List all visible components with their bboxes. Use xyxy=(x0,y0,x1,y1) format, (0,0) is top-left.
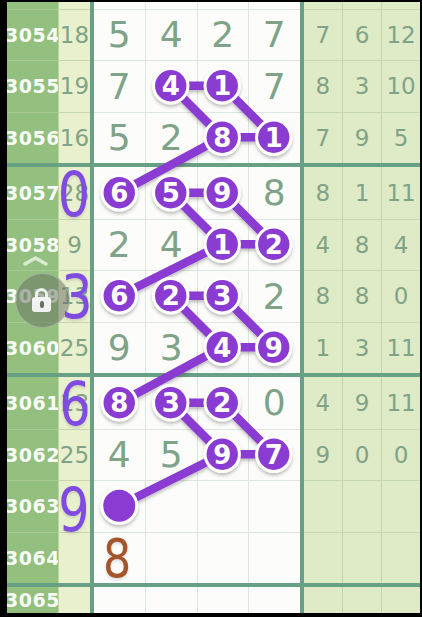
stat-cell: 9 xyxy=(342,112,381,164)
stat-cell: 5 xyxy=(381,112,420,164)
digit-cell: 7 xyxy=(248,9,300,61)
stat-cell: 9 xyxy=(342,377,381,429)
digit-cell xyxy=(145,587,197,613)
digit-cell: 7 xyxy=(94,60,146,112)
issue-cell: 3057 xyxy=(7,167,58,219)
digit-cell xyxy=(248,587,300,613)
stat-cell: 1 xyxy=(304,322,343,374)
digit-cell: 8 xyxy=(94,377,146,429)
stat-cell: 8 xyxy=(304,270,343,322)
row-3056[interactable]: 3056165281795 xyxy=(7,112,420,164)
digit-cell: 4 xyxy=(197,322,249,374)
stat-cell: 10 xyxy=(381,60,420,112)
chevron-up-icon[interactable] xyxy=(22,255,49,266)
issue-cell: 3056 xyxy=(7,112,58,164)
stat-cell xyxy=(342,587,381,613)
digit-cell: 1 xyxy=(197,219,249,271)
stat-cell xyxy=(342,532,381,584)
digit-cell: 5 xyxy=(145,167,197,219)
issue-cell: 3064 xyxy=(7,532,58,584)
digit-cell: 9 xyxy=(197,167,249,219)
digit-cell: 3 xyxy=(145,377,197,429)
digit-cell: 2 xyxy=(145,112,197,164)
row-3055[interactable]: 30551974178310 xyxy=(7,60,420,112)
stat-cell: 6 xyxy=(342,9,381,61)
sum-cell: 19 xyxy=(58,60,90,112)
issue-cell: 3054 xyxy=(7,9,58,61)
issue-cell: 3062 xyxy=(7,429,58,481)
sum-cell: 18 xyxy=(58,9,90,61)
digit-cell xyxy=(197,480,249,532)
handwritten-digit: 6 xyxy=(59,374,90,434)
digit-cell: 8 xyxy=(197,112,249,164)
row-3054[interactable]: 30541854277612 xyxy=(7,9,420,61)
stat-cell: 11 xyxy=(381,322,420,374)
digit-cell: 9 xyxy=(94,322,146,374)
issue-cell: 3061 xyxy=(7,377,58,429)
digit-cell: 2 xyxy=(197,9,249,61)
digit-cell: 7 xyxy=(248,429,300,481)
digit-cell: 3 xyxy=(197,270,249,322)
digit-cell xyxy=(94,480,146,532)
digit-cell: 6 xyxy=(94,167,146,219)
digit-cell: 0 xyxy=(248,377,300,429)
stat-cell: 0 xyxy=(381,270,420,322)
digit-cell xyxy=(248,532,300,584)
stat-cell: 4 xyxy=(304,219,343,271)
issue-cell: 3055 xyxy=(7,60,58,112)
digit-cell xyxy=(248,480,300,532)
digit-cell: 2 xyxy=(145,270,197,322)
issue-cell: 3060 xyxy=(7,322,58,374)
digit-cell: 2 xyxy=(94,219,146,271)
handwritten-digit: 8 xyxy=(103,532,131,586)
digit-cell: 5 xyxy=(94,9,146,61)
stat-cell: 8 xyxy=(342,270,381,322)
stat-cell: 4 xyxy=(381,219,420,271)
stat-cell: 11 xyxy=(381,167,420,219)
handwritten-digit: 9 xyxy=(58,480,89,540)
digit-cell: 5 xyxy=(145,429,197,481)
digit-cell xyxy=(145,480,197,532)
stat-cell: 9 xyxy=(304,429,343,481)
stat-cell: 7 xyxy=(304,112,343,164)
stat-cell: 3 xyxy=(342,322,381,374)
digit-cell: 3 xyxy=(145,322,197,374)
stat-cell xyxy=(381,532,420,584)
trend-chart-screen: 3054185427761230551974178310305616528179… xyxy=(0,0,422,617)
stat-cell: 0 xyxy=(342,429,381,481)
stat-cell xyxy=(342,480,381,532)
digit-cell: 2 xyxy=(197,377,249,429)
stat-cell xyxy=(304,480,343,532)
handwritten-digit: 0 xyxy=(58,164,90,226)
digit-cell: 9 xyxy=(248,322,300,374)
digit-cell: 1 xyxy=(197,60,249,112)
digit-cell: 6 xyxy=(94,270,146,322)
stat-cell xyxy=(304,532,343,584)
digit-cell: 9 xyxy=(197,429,249,481)
stat-cell xyxy=(304,587,343,613)
digit-cell: 8 xyxy=(248,167,300,219)
digit-cell: 4 xyxy=(145,60,197,112)
digit-cell: 2 xyxy=(248,270,300,322)
stat-cell: 4 xyxy=(304,377,343,429)
stat-cell: 3 xyxy=(342,60,381,112)
digit-cell: 4 xyxy=(145,219,197,271)
row-3065[interactable]: 3065 xyxy=(7,587,420,613)
stat-cell: 0 xyxy=(381,429,420,481)
digit-cell: 2 xyxy=(248,219,300,271)
handwritten-digit: 3 xyxy=(61,267,92,327)
digit-cell: 4 xyxy=(94,429,146,481)
stat-cell xyxy=(381,480,420,532)
stat-cell: 8 xyxy=(304,167,343,219)
digit-cell: 1 xyxy=(248,112,300,164)
digit-cell: 7 xyxy=(248,60,300,112)
issue-cell: 3063 xyxy=(7,480,58,532)
digit-cell xyxy=(197,532,249,584)
stat-cell xyxy=(381,587,420,613)
digit-cell: 5 xyxy=(94,112,146,164)
digit-cell xyxy=(197,587,249,613)
stat-cell: 12 xyxy=(381,9,420,61)
sum-cell: 16 xyxy=(58,112,90,164)
digit-cell: 4 xyxy=(145,9,197,61)
digit-cell xyxy=(145,532,197,584)
stat-cell: 11 xyxy=(381,377,420,429)
sum-cell xyxy=(58,587,90,613)
stat-cell: 8 xyxy=(304,60,343,112)
stat-cell: 8 xyxy=(342,219,381,271)
stat-cell: 1 xyxy=(342,167,381,219)
digit-cell xyxy=(94,587,146,613)
stat-cell: 7 xyxy=(304,9,343,61)
issue-cell: 3065 xyxy=(7,587,58,613)
